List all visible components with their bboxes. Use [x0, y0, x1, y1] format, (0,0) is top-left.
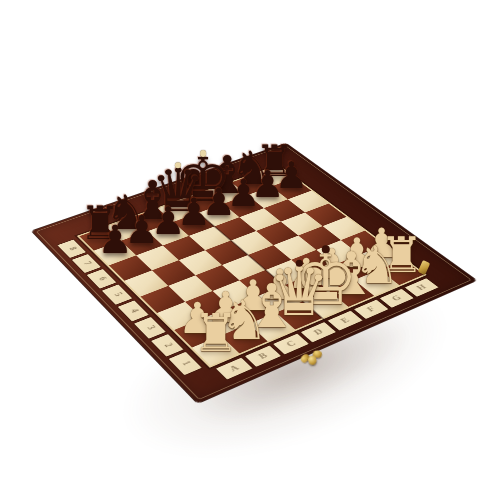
file-label-text: A	[228, 364, 241, 373]
rank-label-4: 4	[118, 300, 149, 321]
file-label-F: F	[354, 300, 388, 319]
rank-label-text: 4	[127, 308, 139, 314]
rank-label-text: 8	[66, 246, 77, 252]
file-label-text: E	[339, 317, 351, 325]
file-label-B: B	[245, 346, 281, 367]
file-label-C: C	[273, 334, 309, 355]
rank-label-text: 6	[96, 276, 108, 282]
black-royal-finial-icon	[200, 150, 207, 157]
file-label-text: G	[390, 294, 403, 302]
rank-label-text: 5	[111, 291, 123, 297]
product-photo-stage: 87654321 ABCDEFGH ♜♞♝♛♚♝♞♜♟♟♟♟♟♟♟♟♟♟♟♟♟♟…	[0, 0, 500, 500]
rank-label-text: 3	[144, 324, 156, 331]
board-squares	[79, 166, 423, 366]
file-label-D: D	[301, 322, 336, 342]
file-label-G: G	[380, 289, 414, 308]
file-label-E: E	[328, 311, 363, 331]
file-label-text: B	[257, 352, 269, 361]
file-label-text: F	[365, 305, 377, 313]
rank-label-text: 7	[81, 261, 92, 267]
file-label-text: H	[415, 284, 428, 292]
rank-label-text: 2	[161, 342, 173, 349]
file-label-text: C	[285, 340, 298, 349]
file-label-text: D	[312, 328, 325, 336]
rank-label-3: 3	[134, 317, 166, 339]
rank-label-text: 1	[179, 360, 191, 367]
rank-label-1: 1	[169, 352, 202, 375]
black-royal-finial-icon	[175, 162, 181, 168]
rank-label-2: 2	[151, 334, 183, 356]
file-label-H: H	[405, 278, 439, 296]
chess-board: 87654321 ABCDEFGH	[32, 143, 477, 403]
